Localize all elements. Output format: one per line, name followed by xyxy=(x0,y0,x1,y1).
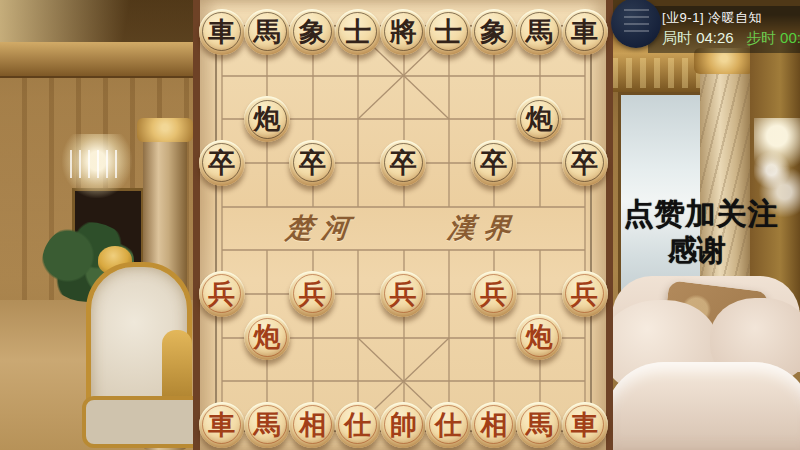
piece-black-車[interactable]: 車 xyxy=(562,9,608,55)
piece-glyph: 帥 xyxy=(390,402,417,448)
piece-red-兵[interactable]: 兵 xyxy=(562,271,608,317)
hud-bar: [业9-1] 冷暖自知 局时 04:26 步时 00:30 xyxy=(648,6,800,53)
game-time-label: 局时 xyxy=(662,29,692,46)
piece-glyph: 炮 xyxy=(254,314,281,360)
piece-glyph: 馬 xyxy=(254,9,281,55)
move-time-value: 00:30 xyxy=(780,29,800,46)
piece-glyph: 卒 xyxy=(299,140,326,186)
piece-black-炮[interactable]: 炮 xyxy=(516,96,562,142)
piece-red-兵[interactable]: 兵 xyxy=(380,271,426,317)
piece-red-車[interactable]: 車 xyxy=(199,402,245,448)
piece-glyph: 卒 xyxy=(571,140,598,186)
piece-black-炮[interactable]: 炮 xyxy=(244,96,290,142)
piece-glyph: 馬 xyxy=(526,9,553,55)
piece-red-仕[interactable]: 仕 xyxy=(335,402,381,448)
piece-glyph: 相 xyxy=(480,402,507,448)
streamer-avatar[interactable] xyxy=(611,0,661,48)
piece-glyph: 炮 xyxy=(526,96,553,142)
chair-seat xyxy=(82,396,193,448)
mirrored-ceiling xyxy=(0,0,193,42)
gold-capital-left xyxy=(137,118,193,142)
watermark: 点赞加关注 感谢 xyxy=(602,194,800,271)
piece-glyph: 炮 xyxy=(254,96,281,142)
piece-glyph: 炮 xyxy=(526,314,553,360)
piece-glyph: 將 xyxy=(390,9,417,55)
piece-black-馬[interactable]: 馬 xyxy=(244,9,290,55)
piece-glyph: 兵 xyxy=(571,271,598,317)
piece-black-卒[interactable]: 卒 xyxy=(289,140,335,186)
watermark-line1: 点赞加关注 xyxy=(602,194,800,235)
piece-red-兵[interactable]: 兵 xyxy=(289,271,335,317)
piece-black-卒[interactable]: 卒 xyxy=(380,140,426,186)
piece-black-卒[interactable]: 卒 xyxy=(199,140,245,186)
piece-glyph: 兵 xyxy=(390,271,417,317)
piece-red-兵[interactable]: 兵 xyxy=(199,271,245,317)
piece-red-馬[interactable]: 馬 xyxy=(516,402,562,448)
piece-glyph: 象 xyxy=(299,9,326,55)
piece-red-炮[interactable]: 炮 xyxy=(244,314,290,360)
piece-glyph: 兵 xyxy=(208,271,235,317)
piece-red-相[interactable]: 相 xyxy=(289,402,335,448)
piece-black-卒[interactable]: 卒 xyxy=(562,140,608,186)
piece-glyph: 卒 xyxy=(208,140,235,186)
piece-black-象[interactable]: 象 xyxy=(289,9,335,55)
piece-red-馬[interactable]: 馬 xyxy=(244,402,290,448)
piece-glyph: 象 xyxy=(480,9,507,55)
piece-red-相[interactable]: 相 xyxy=(471,402,517,448)
screenshot-root: 楚河 漢界 車馬象士將士象馬車炮炮卒卒卒卒卒兵兵兵兵兵炮炮車馬相仕帥仕相馬車 [… xyxy=(0,0,800,450)
background-left-palace xyxy=(0,0,193,450)
piece-glyph: 兵 xyxy=(480,271,507,317)
piece-glyph: 卒 xyxy=(390,140,417,186)
piece-glyph: 車 xyxy=(571,9,598,55)
piece-black-士[interactable]: 士 xyxy=(335,9,381,55)
piece-red-兵[interactable]: 兵 xyxy=(471,271,517,317)
piece-red-炮[interactable]: 炮 xyxy=(516,314,562,360)
piece-glyph: 車 xyxy=(208,402,235,448)
piece-black-將[interactable]: 將 xyxy=(380,9,426,55)
couch-arm-roll xyxy=(612,362,800,450)
piece-glyph: 仕 xyxy=(435,402,462,448)
match-title: [业9-1] 冷暖自知 xyxy=(662,9,800,27)
piece-black-車[interactable]: 車 xyxy=(199,9,245,55)
move-time-label: 步时 xyxy=(746,29,776,46)
piece-black-卒[interactable]: 卒 xyxy=(471,140,517,186)
piece-glyph: 士 xyxy=(344,9,371,55)
pieces-layer: 車馬象士將士象馬車炮炮卒卒卒卒卒兵兵兵兵兵炮炮車馬相仕帥仕相馬車 xyxy=(199,10,607,447)
piece-red-車[interactable]: 車 xyxy=(562,402,608,448)
clock-row: 局时 04:26 步时 00:30 xyxy=(662,29,800,48)
piece-glyph: 相 xyxy=(299,402,326,448)
piece-glyph: 車 xyxy=(208,9,235,55)
piece-black-士[interactable]: 士 xyxy=(425,9,471,55)
piece-glyph: 兵 xyxy=(299,271,326,317)
piece-glyph: 馬 xyxy=(254,402,281,448)
piece-glyph: 士 xyxy=(435,9,462,55)
piece-red-帥[interactable]: 帥 xyxy=(380,402,426,448)
game-time-value: 04:26 xyxy=(696,29,734,46)
piece-black-象[interactable]: 象 xyxy=(471,9,517,55)
xiangqi-board[interactable]: 楚河 漢界 車馬象士將士象馬車炮炮卒卒卒卒卒兵兵兵兵兵炮炮車馬相仕帥仕相馬車 xyxy=(193,0,613,450)
piece-black-馬[interactable]: 馬 xyxy=(516,9,562,55)
gold-beam xyxy=(0,42,193,78)
watermark-line2: 感谢 xyxy=(602,231,800,271)
piece-glyph: 馬 xyxy=(526,402,553,448)
chandelier-left xyxy=(62,134,132,198)
piece-glyph: 仕 xyxy=(344,402,371,448)
piece-glyph: 卒 xyxy=(480,140,507,186)
piece-glyph: 車 xyxy=(571,402,598,448)
piece-red-仕[interactable]: 仕 xyxy=(425,402,471,448)
